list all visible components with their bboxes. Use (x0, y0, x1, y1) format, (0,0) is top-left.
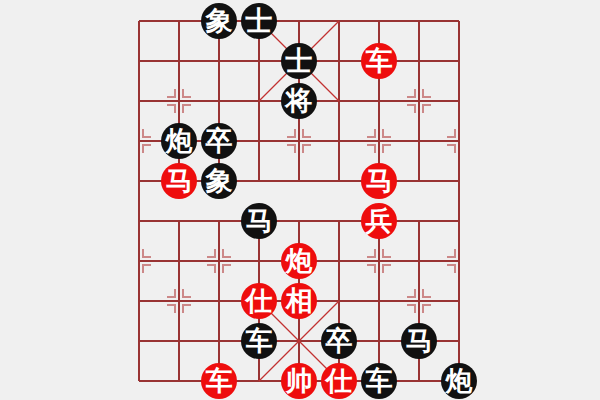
piece-black-general[interactable]: 将 (281, 83, 317, 119)
piece-black-elephant[interactable]: 象 (201, 3, 237, 39)
piece-red-horse[interactable]: 马 (361, 163, 397, 199)
piece-red-advisor[interactable]: 仕 (241, 283, 277, 319)
piece-black-horse[interactable]: 马 (241, 203, 277, 239)
piece-red-cannon[interactable]: 炮 (281, 243, 317, 279)
piece-black-horse[interactable]: 马 (401, 323, 437, 359)
piece-black-chariot[interactable]: 车 (361, 363, 397, 399)
piece-black-chariot[interactable]: 车 (241, 323, 277, 359)
piece-black-elephant[interactable]: 象 (201, 163, 237, 199)
piece-red-horse[interactable]: 马 (161, 163, 197, 199)
piece-black-pawn[interactable]: 卒 (201, 123, 237, 159)
piece-red-general[interactable]: 帅 (281, 363, 317, 399)
piece-red-elephant[interactable]: 相 (281, 283, 317, 319)
piece-red-chariot[interactable]: 车 (201, 363, 237, 399)
piece-black-advisor[interactable]: 士 (241, 3, 277, 39)
piece-black-cannon[interactable]: 炮 (441, 363, 477, 399)
piece-red-advisor[interactable]: 仕 (321, 363, 357, 399)
xiangqi-diagram: 象士士车将炮卒马象马马兵炮仕相车卒马车帅仕车炮 (0, 0, 600, 400)
pieces-layer: 象士士车将炮卒马象马马兵炮仕相车卒马车帅仕车炮 (119, 1, 479, 400)
piece-red-chariot[interactable]: 车 (361, 43, 397, 79)
piece-black-advisor[interactable]: 士 (281, 43, 317, 79)
piece-red-pawn[interactable]: 兵 (361, 203, 397, 239)
piece-black-pawn[interactable]: 卒 (321, 323, 357, 359)
piece-black-cannon[interactable]: 炮 (161, 123, 197, 159)
